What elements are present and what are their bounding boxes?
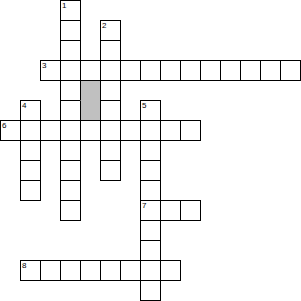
cell-r2c5[interactable] xyxy=(100,40,121,61)
cell-r7c7[interactable] xyxy=(140,140,161,161)
cell-r10c3[interactable] xyxy=(60,200,81,221)
cell-r7c5[interactable] xyxy=(100,140,121,161)
cell-r5c5[interactable] xyxy=(100,100,121,121)
cell-r13c4[interactable] xyxy=(80,260,101,281)
cell-r3c4[interactable] xyxy=(80,60,101,81)
cell-r13c1[interactable]: 8 xyxy=(20,260,41,281)
cell-r13c5[interactable] xyxy=(100,260,121,281)
clue-number-4: 4 xyxy=(22,101,26,110)
cell-r13c6[interactable] xyxy=(120,260,141,281)
cell-r11c7[interactable] xyxy=(140,220,161,241)
cell-r2c3[interactable] xyxy=(60,40,81,61)
clue-number-7: 7 xyxy=(142,201,146,210)
cell-r6c8[interactable] xyxy=(160,120,181,141)
clue-number-2: 2 xyxy=(102,21,106,30)
cell-r5c3[interactable] xyxy=(60,100,81,121)
cell-r6c5[interactable] xyxy=(100,120,121,141)
cell-r7c3[interactable] xyxy=(60,140,81,161)
cell-r3c12[interactable] xyxy=(240,60,261,81)
cell-r5c7[interactable]: 5 xyxy=(140,100,161,121)
crossword-page: 12345678 xyxy=(0,0,301,301)
cell-r3c11[interactable] xyxy=(220,60,241,81)
cell-r8c5[interactable] xyxy=(100,160,121,181)
cell-r6c6[interactable] xyxy=(120,120,141,141)
crossword-grid: 12345678 xyxy=(0,0,301,301)
clue-number-5: 5 xyxy=(142,101,146,110)
cell-r13c8[interactable] xyxy=(160,260,181,281)
cell-r5c1[interactable]: 4 xyxy=(20,100,41,121)
cell-r7c1[interactable] xyxy=(20,140,41,161)
cell-r3c8[interactable] xyxy=(160,60,181,81)
cell-r9c7[interactable] xyxy=(140,180,161,201)
cell-r8c1[interactable] xyxy=(20,160,41,181)
cell-r3c2[interactable]: 3 xyxy=(40,60,61,81)
cell-r3c7[interactable] xyxy=(140,60,161,81)
cell-r3c13[interactable] xyxy=(260,60,281,81)
cell-r6c1[interactable] xyxy=(20,120,41,141)
cell-r1c5[interactable]: 2 xyxy=(100,20,121,41)
cell-r6c3[interactable] xyxy=(60,120,81,141)
shaded-cell-r4c4 xyxy=(80,80,101,101)
cell-r3c3[interactable] xyxy=(60,60,81,81)
cell-r10c7[interactable]: 7 xyxy=(140,200,161,221)
clue-number-8: 8 xyxy=(22,261,26,270)
cell-r10c8[interactable] xyxy=(160,200,181,221)
cell-r3c10[interactable] xyxy=(200,60,221,81)
cell-r6c0[interactable]: 6 xyxy=(0,120,21,141)
cell-r3c9[interactable] xyxy=(180,60,201,81)
cell-r13c7[interactable] xyxy=(140,260,161,281)
cell-r9c3[interactable] xyxy=(60,180,81,201)
cell-r10c9[interactable] xyxy=(180,200,201,221)
clue-number-1: 1 xyxy=(62,1,66,10)
cell-r6c4[interactable] xyxy=(80,120,101,141)
cell-r13c2[interactable] xyxy=(40,260,61,281)
cell-r8c7[interactable] xyxy=(140,160,161,181)
cell-r4c3[interactable] xyxy=(60,80,81,101)
cell-r14c7[interactable] xyxy=(140,280,161,301)
cell-r6c9[interactable] xyxy=(180,120,201,141)
cell-r0c3[interactable]: 1 xyxy=(60,0,81,21)
clue-number-6: 6 xyxy=(2,121,6,130)
cell-r3c6[interactable] xyxy=(120,60,141,81)
cell-r3c5[interactable] xyxy=(100,60,121,81)
cell-r4c5[interactable] xyxy=(100,80,121,101)
cell-r6c7[interactable] xyxy=(140,120,161,141)
cell-r8c3[interactable] xyxy=(60,160,81,181)
cell-r6c2[interactable] xyxy=(40,120,61,141)
cell-r3c14[interactable] xyxy=(280,60,301,81)
cell-r9c1[interactable] xyxy=(20,180,41,201)
shaded-cell-r5c4 xyxy=(80,100,101,121)
clue-number-3: 3 xyxy=(42,61,46,70)
cell-r12c7[interactable] xyxy=(140,240,161,261)
cell-r1c3[interactable] xyxy=(60,20,81,41)
cell-r13c3[interactable] xyxy=(60,260,81,281)
